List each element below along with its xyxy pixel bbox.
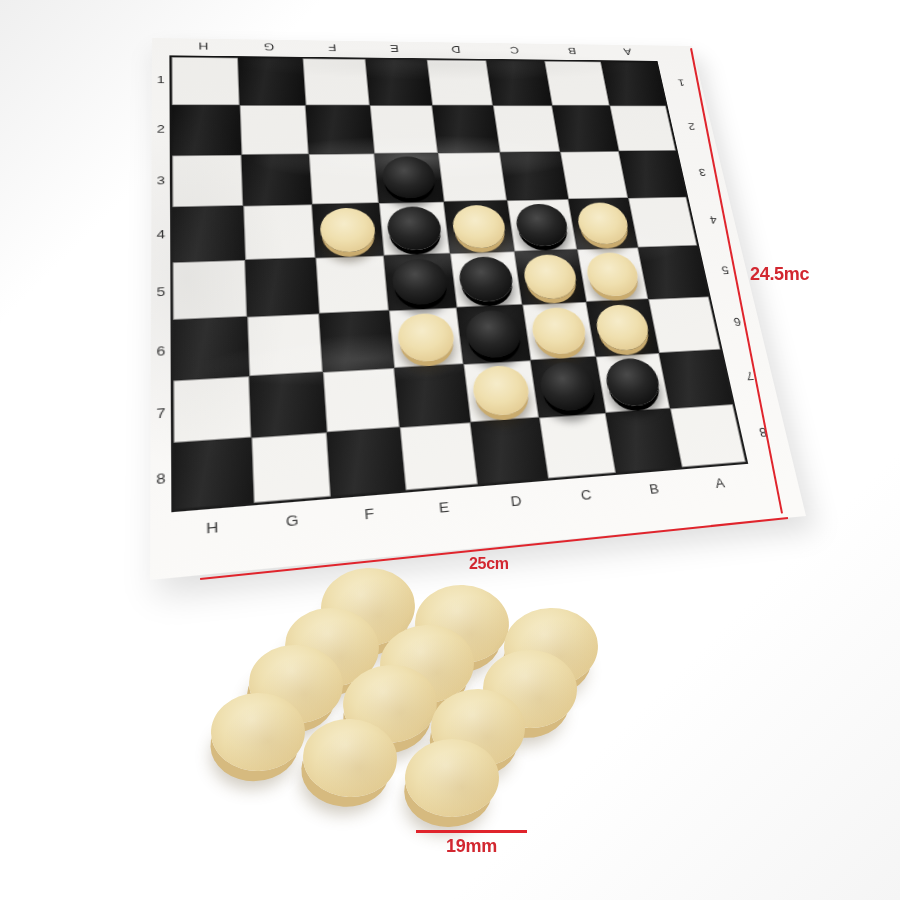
square-E6 bbox=[389, 307, 464, 367]
file-label-top-A: A bbox=[599, 47, 656, 57]
square-A5 bbox=[638, 246, 709, 299]
square-D3 bbox=[438, 152, 507, 202]
checker-wood-C5 bbox=[521, 254, 579, 300]
square-H7 bbox=[173, 376, 251, 444]
square-H4 bbox=[172, 206, 245, 262]
square-C7 bbox=[531, 356, 606, 418]
square-D4 bbox=[444, 201, 515, 254]
file-label-top-E: E bbox=[364, 43, 426, 53]
square-C5 bbox=[514, 249, 586, 304]
square-F2 bbox=[306, 105, 375, 154]
square-B2 bbox=[552, 105, 619, 151]
height-dimension-label: 24.5mc bbox=[750, 264, 809, 285]
wood-disc-12 bbox=[404, 738, 499, 818]
piece-size-dimension-line bbox=[416, 830, 527, 833]
square-E3 bbox=[374, 153, 444, 204]
checkerboard-mat: HGFEDCBA HGFEDCBA 12345678 12345678 bbox=[150, 38, 806, 580]
square-F1 bbox=[303, 58, 370, 105]
square-G2 bbox=[240, 105, 309, 154]
square-B3 bbox=[560, 151, 628, 200]
square-H6 bbox=[173, 316, 249, 379]
square-F3 bbox=[309, 153, 379, 204]
file-label-top-B: B bbox=[543, 46, 601, 56]
square-G4 bbox=[243, 205, 315, 260]
rank-label-left-4: 4 bbox=[151, 207, 170, 263]
checker-wood-E6 bbox=[396, 312, 456, 362]
square-G7 bbox=[249, 372, 327, 438]
file-label-top-H: H bbox=[169, 41, 236, 52]
file-label-bottom-F: F bbox=[331, 503, 408, 524]
checker-wood-C6 bbox=[529, 306, 588, 355]
product-photo-scene: HGFEDCBA HGFEDCBA 12345678 12345678 24.5… bbox=[0, 0, 900, 900]
piece-size-dimension-label: 19mm bbox=[446, 836, 497, 857]
square-B8 bbox=[606, 409, 682, 473]
square-C8 bbox=[539, 413, 616, 478]
square-A6 bbox=[648, 296, 720, 352]
file-label-top-G: G bbox=[236, 42, 301, 53]
square-G1 bbox=[238, 58, 306, 105]
square-A2 bbox=[610, 105, 676, 150]
square-F8 bbox=[327, 427, 406, 496]
file-label-bottom-G: G bbox=[252, 510, 331, 532]
square-B4 bbox=[568, 198, 638, 249]
square-B7 bbox=[596, 353, 670, 414]
file-label-bottom-A: A bbox=[686, 474, 754, 493]
square-B6 bbox=[586, 299, 659, 356]
file-label-top-F: F bbox=[301, 42, 365, 53]
checker-black-C7 bbox=[538, 361, 599, 412]
square-C1 bbox=[486, 60, 552, 105]
square-G8 bbox=[251, 433, 330, 504]
rank-label-left-8: 8 bbox=[150, 445, 171, 514]
square-F6 bbox=[319, 310, 394, 371]
checker-black-C4 bbox=[514, 203, 571, 246]
square-A8 bbox=[670, 404, 746, 467]
width-dimension-label: 25cm bbox=[469, 555, 509, 573]
square-D8 bbox=[470, 418, 548, 485]
board-grid bbox=[169, 55, 748, 512]
wood-disc-10 bbox=[210, 691, 307, 772]
square-A3 bbox=[619, 150, 687, 198]
checker-wood-F4 bbox=[319, 208, 377, 254]
square-E2 bbox=[370, 105, 438, 153]
square-E4 bbox=[379, 202, 450, 256]
square-F5 bbox=[315, 256, 388, 314]
square-D6 bbox=[457, 304, 531, 363]
checker-black-D6 bbox=[464, 309, 524, 358]
square-F7 bbox=[323, 368, 400, 433]
rank-label-left-7: 7 bbox=[150, 381, 171, 446]
file-label-top-C: C bbox=[484, 45, 544, 55]
square-G6 bbox=[247, 313, 323, 375]
file-labels-top: HGFEDCBA bbox=[152, 38, 692, 46]
square-H3 bbox=[172, 154, 243, 207]
square-A1 bbox=[601, 62, 666, 106]
square-D5 bbox=[450, 251, 522, 307]
checker-black-E3 bbox=[381, 157, 437, 199]
square-A7 bbox=[659, 349, 733, 409]
rank-label-left-2: 2 bbox=[152, 104, 170, 155]
square-E8 bbox=[400, 423, 478, 491]
rank-label-left-6: 6 bbox=[151, 320, 171, 382]
rank-label-left-1: 1 bbox=[152, 55, 170, 104]
square-D7 bbox=[463, 360, 539, 423]
file-label-bottom-E: E bbox=[406, 497, 481, 518]
rank-label-left-5: 5 bbox=[151, 262, 171, 321]
square-E1 bbox=[365, 59, 432, 105]
square-E5 bbox=[384, 253, 457, 310]
square-E7 bbox=[394, 364, 470, 428]
square-F4 bbox=[312, 203, 384, 257]
square-D2 bbox=[432, 105, 500, 152]
square-H2 bbox=[172, 105, 242, 155]
checker-wood-B4 bbox=[575, 202, 631, 245]
square-C2 bbox=[493, 105, 560, 152]
file-label-top-D: D bbox=[425, 44, 486, 54]
checker-black-B7 bbox=[603, 357, 663, 408]
checker-black-E5 bbox=[391, 258, 450, 305]
checker-wood-B5 bbox=[584, 252, 642, 297]
square-A4 bbox=[628, 197, 697, 248]
square-C4 bbox=[507, 199, 577, 251]
square-B5 bbox=[577, 247, 648, 301]
square-G3 bbox=[241, 154, 312, 206]
checker-wood-D7 bbox=[471, 365, 532, 417]
checker-black-D5 bbox=[457, 256, 515, 303]
rank-label-left-3: 3 bbox=[151, 154, 170, 207]
square-G5 bbox=[245, 258, 319, 317]
square-H8 bbox=[174, 438, 254, 510]
file-label-bottom-B: B bbox=[619, 479, 688, 498]
square-C3 bbox=[500, 151, 569, 200]
checker-wood-B6 bbox=[593, 303, 652, 351]
checker-black-E4 bbox=[386, 206, 444, 251]
square-D1 bbox=[427, 60, 493, 105]
square-H1 bbox=[172, 57, 240, 105]
square-C6 bbox=[522, 302, 595, 360]
file-label-bottom-H: H bbox=[171, 517, 252, 539]
checker-wood-D4 bbox=[451, 205, 508, 249]
file-label-bottom-D: D bbox=[480, 491, 553, 511]
square-B1 bbox=[544, 61, 609, 105]
square-H5 bbox=[173, 260, 247, 320]
file-label-bottom-C: C bbox=[550, 485, 621, 505]
